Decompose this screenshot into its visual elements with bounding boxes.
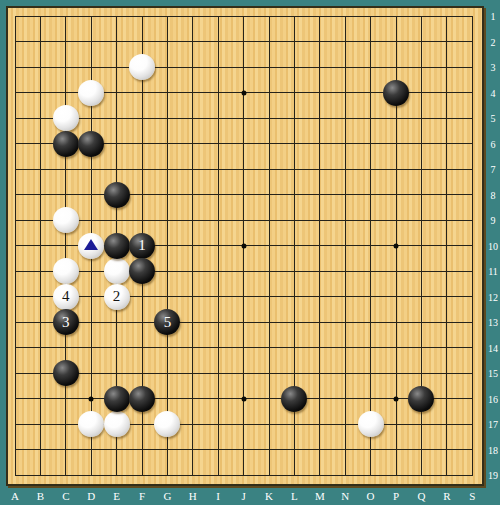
black-stone-C6[interactable] [53, 131, 79, 157]
row-label-16: 16 [488, 393, 498, 404]
row-label-2: 2 [491, 36, 496, 47]
grid-line-horizontal [15, 194, 473, 195]
column-label-J: J [241, 490, 245, 502]
grid-line-vertical [15, 16, 16, 476]
row-label-19: 19 [488, 470, 498, 481]
white-stone-C12[interactable]: 4 [53, 284, 79, 310]
star-point [394, 243, 399, 248]
move-number-label: 5 [164, 315, 172, 330]
white-stone-E12[interactable]: 2 [104, 284, 130, 310]
star-point [241, 90, 246, 95]
black-stone-C15[interactable] [53, 360, 79, 386]
column-label-D: D [87, 490, 95, 502]
black-stone-L16[interactable] [281, 386, 307, 412]
grid-line-vertical [65, 16, 66, 476]
grid-line-vertical [40, 16, 41, 476]
grid-line-vertical [370, 16, 371, 476]
grid-line-horizontal [15, 16, 473, 17]
row-label-9: 9 [491, 215, 496, 226]
grid-line-vertical [218, 16, 219, 476]
row-label-18: 18 [488, 444, 498, 455]
column-label-K: K [265, 490, 273, 502]
row-label-6: 6 [491, 138, 496, 149]
row-label-10: 10 [488, 240, 498, 251]
move-number-label: 4 [62, 289, 70, 304]
white-stone-D17[interactable] [78, 411, 104, 437]
grid-line-vertical [345, 16, 346, 476]
black-stone-C13[interactable]: 3 [53, 309, 79, 335]
star-point [241, 243, 246, 248]
black-stone-F10[interactable]: 1 [129, 233, 155, 259]
grid-line-horizontal [15, 41, 473, 42]
black-stone-F11[interactable] [129, 258, 155, 284]
column-label-E: E [113, 490, 120, 502]
column-label-S: S [469, 490, 475, 502]
move-number-label: 3 [62, 315, 70, 330]
black-stone-E8[interactable] [104, 182, 130, 208]
white-stone-D10[interactable] [78, 233, 104, 259]
grid-line-horizontal [15, 373, 473, 374]
star-point [89, 396, 94, 401]
white-stone-E11[interactable] [104, 258, 130, 284]
row-label-13: 13 [488, 317, 498, 328]
black-stone-D6[interactable] [78, 131, 104, 157]
black-stone-Q16[interactable] [408, 386, 434, 412]
row-label-3: 3 [491, 62, 496, 73]
column-label-C: C [62, 490, 69, 502]
star-point [241, 396, 246, 401]
row-label-4: 4 [491, 87, 496, 98]
go-app-window: 42135 ABCDEFGHIJKLMNOPQRS 12345678910111… [0, 0, 500, 505]
grid-line-vertical [167, 16, 168, 476]
row-label-14: 14 [488, 342, 498, 353]
row-label-8: 8 [491, 189, 496, 200]
white-stone-F3[interactable] [129, 54, 155, 80]
black-stone-P4[interactable] [383, 80, 409, 106]
grid-line-vertical [472, 16, 473, 476]
row-label-1: 1 [491, 11, 496, 22]
grid-line-horizontal [15, 347, 473, 348]
grid-line-vertical [192, 16, 193, 476]
white-stone-G17[interactable] [154, 411, 180, 437]
white-stone-C9[interactable] [53, 207, 79, 233]
star-point [394, 396, 399, 401]
row-label-7: 7 [491, 164, 496, 175]
black-stone-E10[interactable] [104, 233, 130, 259]
row-label-17: 17 [488, 419, 498, 430]
grid-line-vertical [446, 16, 447, 476]
move-number-label: 1 [138, 238, 146, 253]
grid-line-horizontal [15, 475, 473, 476]
white-stone-C5[interactable] [53, 105, 79, 131]
column-label-O: O [367, 490, 375, 502]
column-label-R: R [443, 490, 450, 502]
white-stone-D4[interactable] [78, 80, 104, 106]
white-stone-E17[interactable] [104, 411, 130, 437]
grid-line-horizontal [15, 322, 473, 323]
grid-line-horizontal [15, 67, 473, 68]
column-label-H: H [189, 490, 197, 502]
grid-line-horizontal [15, 220, 473, 221]
column-label-I: I [216, 490, 220, 502]
column-label-M: M [315, 490, 325, 502]
grid-line-horizontal [15, 296, 473, 297]
black-stone-F16[interactable] [129, 386, 155, 412]
row-label-12: 12 [488, 291, 498, 302]
black-stone-G13[interactable]: 5 [154, 309, 180, 335]
grid-line-horizontal [15, 169, 473, 170]
column-label-F: F [139, 490, 145, 502]
column-label-P: P [393, 490, 399, 502]
grid-line-vertical [319, 16, 320, 476]
move-number-label: 2 [113, 289, 121, 304]
grid-line-vertical [269, 16, 270, 476]
black-stone-E16[interactable] [104, 386, 130, 412]
column-label-Q: Q [417, 490, 425, 502]
white-stone-O17[interactable] [358, 411, 384, 437]
triangle-marker-icon [84, 239, 98, 250]
grid-line-horizontal [15, 271, 473, 272]
column-label-A: A [11, 490, 19, 502]
row-label-15: 15 [488, 368, 498, 379]
column-label-G: G [163, 490, 171, 502]
grid-line-horizontal [15, 118, 473, 119]
grid-line-horizontal [15, 449, 473, 450]
column-label-N: N [341, 490, 349, 502]
white-stone-C11[interactable] [53, 258, 79, 284]
column-label-B: B [37, 490, 44, 502]
row-label-11: 11 [488, 266, 498, 277]
row-label-5: 5 [491, 113, 496, 124]
column-label-L: L [291, 490, 298, 502]
